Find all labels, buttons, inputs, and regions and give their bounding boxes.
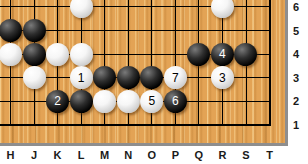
stone-white-k4[interactable] — [46, 43, 69, 66]
stone-white-j3[interactable] — [23, 66, 46, 89]
column-label-h: H — [7, 149, 15, 161]
stone-white-m2[interactable] — [93, 90, 116, 113]
row-label-1: 1 — [293, 119, 299, 131]
go-board-diagram: 4173256 HJKLMNOPQRST 654321 — [0, 0, 308, 164]
column-label-r: R — [218, 149, 226, 161]
row-label-6: 6 — [293, 1, 299, 13]
column-label-t: T — [266, 149, 273, 161]
stone-white-l4[interactable] — [70, 43, 93, 66]
stone-black-m3[interactable] — [93, 66, 116, 89]
board-wood[interactable]: 4173256 — [0, 0, 288, 146]
move-number-label: 5 — [148, 95, 155, 107]
column-label-o: O — [148, 149, 157, 161]
stone-white-r3[interactable]: 3 — [211, 66, 234, 89]
column-label-m: M — [100, 149, 109, 161]
column-label-k: K — [54, 149, 62, 161]
stone-white-r6[interactable] — [211, 0, 234, 18]
stone-white-l6[interactable] — [70, 0, 93, 18]
stones-layer: 4173256 — [0, 0, 281, 137]
stone-black-j4[interactable] — [23, 43, 46, 66]
stone-black-h5[interactable] — [0, 19, 22, 42]
stone-black-r4[interactable]: 4 — [211, 43, 234, 66]
stone-black-l2[interactable] — [70, 90, 93, 113]
column-label-s: S — [242, 149, 249, 161]
move-number-label: 7 — [172, 72, 179, 84]
move-number-label: 1 — [78, 72, 85, 84]
stone-white-l3[interactable]: 1 — [70, 66, 93, 89]
row-label-2: 2 — [293, 95, 299, 107]
move-number-label: 3 — [219, 72, 226, 84]
stone-black-k2[interactable]: 2 — [46, 90, 69, 113]
stone-black-n3[interactable] — [117, 66, 140, 89]
move-number-label: 2 — [54, 95, 61, 107]
stone-black-q4[interactable] — [187, 43, 210, 66]
stone-white-h4[interactable] — [0, 43, 22, 66]
column-label-n: N — [124, 149, 132, 161]
stone-black-s4[interactable] — [234, 43, 257, 66]
column-label-p: P — [172, 149, 179, 161]
stone-black-o3[interactable] — [140, 66, 163, 89]
stone-black-p2[interactable]: 6 — [164, 90, 187, 113]
move-number-label: 4 — [219, 48, 226, 60]
row-label-3: 3 — [293, 72, 299, 84]
stone-black-j5[interactable] — [23, 19, 46, 42]
stone-white-p3[interactable]: 7 — [164, 66, 187, 89]
row-label-4: 4 — [293, 48, 299, 60]
column-label-l: L — [78, 149, 85, 161]
stone-white-n2[interactable] — [117, 90, 140, 113]
stone-white-o2[interactable]: 5 — [140, 90, 163, 113]
move-number-label: 6 — [172, 95, 179, 107]
row-label-5: 5 — [293, 25, 299, 37]
column-label-q: Q — [195, 149, 204, 161]
column-label-j: J — [31, 149, 37, 161]
